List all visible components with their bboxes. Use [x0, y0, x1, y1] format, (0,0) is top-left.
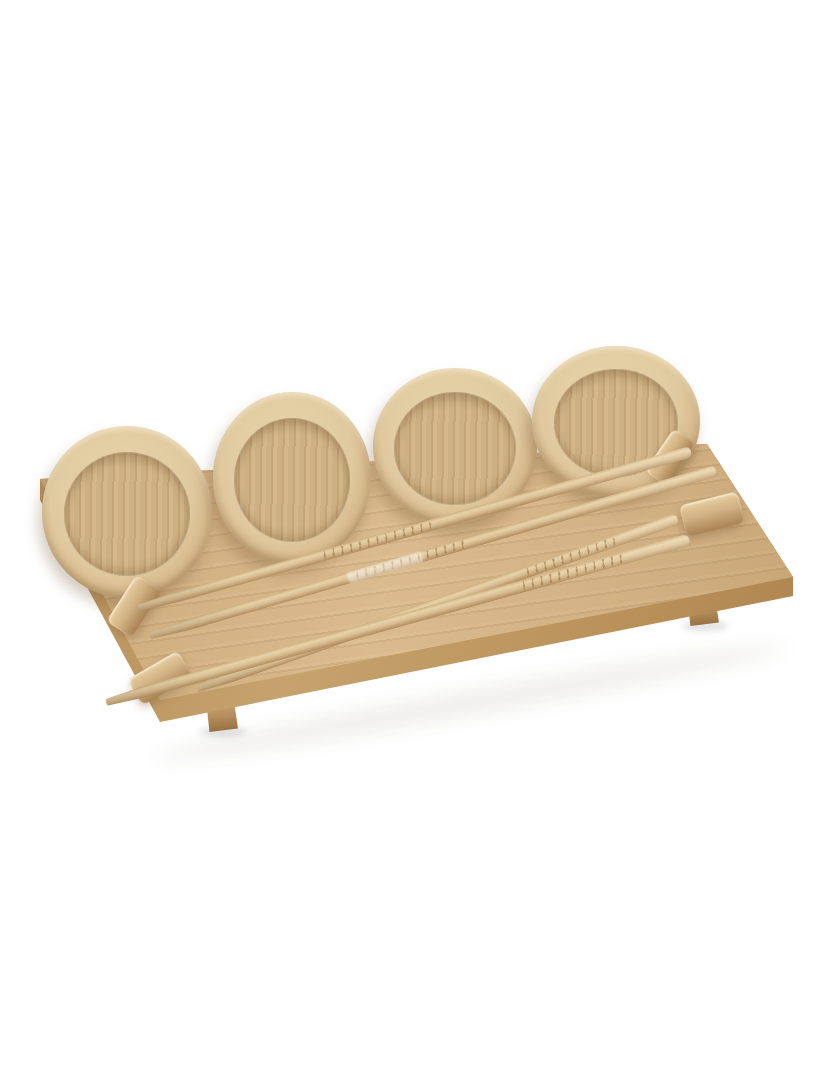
- dish-well: [234, 418, 351, 542]
- dish-well: [64, 452, 190, 576]
- product-photo: [0, 0, 830, 1080]
- dish-well: [394, 392, 515, 505]
- sauce-dish-1: [42, 426, 212, 598]
- sauce-dish-2: [213, 392, 371, 564]
